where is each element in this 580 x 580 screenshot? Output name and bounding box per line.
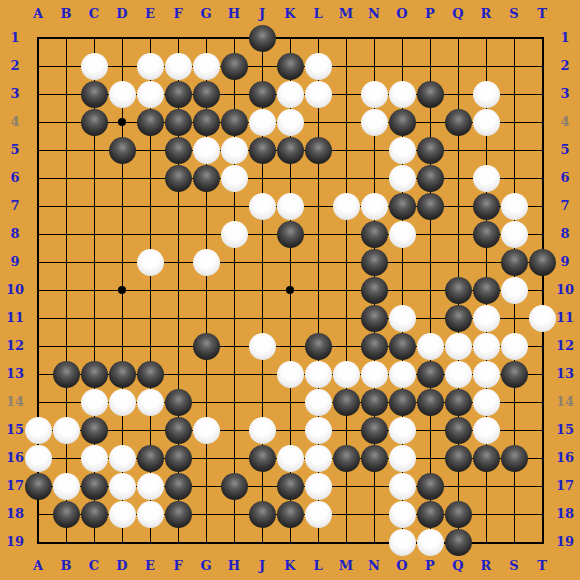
black-stone-N11	[361, 305, 388, 332]
star-point	[118, 286, 126, 294]
white-stone-O18	[389, 501, 416, 528]
black-stone-Q19	[445, 529, 472, 556]
row-label-right: 9	[554, 254, 576, 270]
col-label-bottom: A	[27, 558, 49, 574]
white-stone-T11	[529, 305, 556, 332]
white-stone-B17	[53, 473, 80, 500]
white-stone-C14	[81, 389, 108, 416]
black-stone-F16	[165, 445, 192, 472]
col-label-bottom: P	[419, 558, 441, 574]
white-stone-Q12	[445, 333, 472, 360]
black-stone-F4	[165, 109, 192, 136]
black-stone-S13	[501, 361, 528, 388]
col-label-bottom: B	[55, 558, 77, 574]
white-stone-K7	[277, 193, 304, 220]
col-label-bottom: G	[195, 558, 217, 574]
white-stone-K13	[277, 361, 304, 388]
white-stone-O3	[389, 81, 416, 108]
col-label-bottom: C	[83, 558, 105, 574]
white-stone-Q13	[445, 361, 472, 388]
col-label-bottom: J	[251, 558, 273, 574]
black-stone-N14	[361, 389, 388, 416]
white-stone-M7	[333, 193, 360, 220]
white-stone-E18	[137, 501, 164, 528]
row-label-right: 14	[554, 394, 576, 410]
col-label-top: E	[139, 6, 161, 22]
white-stone-E3	[137, 81, 164, 108]
row-label-left: 4	[4, 114, 26, 130]
white-stone-M13	[333, 361, 360, 388]
black-stone-M14	[333, 389, 360, 416]
row-label-right: 19	[554, 534, 576, 550]
black-stone-Q18	[445, 501, 472, 528]
row-label-right: 4	[554, 114, 576, 130]
black-stone-E13	[137, 361, 164, 388]
row-label-left: 11	[4, 310, 26, 326]
white-stone-B15	[53, 417, 80, 444]
black-stone-E16	[137, 445, 164, 472]
black-stone-G6	[193, 165, 220, 192]
black-stone-C18	[81, 501, 108, 528]
col-label-bottom: R	[475, 558, 497, 574]
row-label-right: 3	[554, 86, 576, 102]
black-stone-G12	[193, 333, 220, 360]
black-stone-A17	[25, 473, 52, 500]
black-stone-J18	[249, 501, 276, 528]
black-stone-P18	[417, 501, 444, 528]
black-stone-R8	[473, 221, 500, 248]
black-stone-F3	[165, 81, 192, 108]
black-stone-L12	[305, 333, 332, 360]
black-stone-P17	[417, 473, 444, 500]
row-label-left: 3	[4, 86, 26, 102]
white-stone-L2	[305, 53, 332, 80]
black-stone-C4	[81, 109, 108, 136]
col-label-bottom: O	[391, 558, 413, 574]
col-label-bottom: S	[503, 558, 525, 574]
row-label-right: 18	[554, 506, 576, 522]
black-stone-C17	[81, 473, 108, 500]
row-label-right: 2	[554, 58, 576, 74]
black-stone-N9	[361, 249, 388, 276]
col-label-top: N	[363, 6, 385, 22]
col-label-bottom: E	[139, 558, 161, 574]
black-stone-P3	[417, 81, 444, 108]
row-label-right: 1	[554, 30, 576, 46]
white-stone-K3	[277, 81, 304, 108]
col-label-top: C	[83, 6, 105, 22]
black-stone-K17	[277, 473, 304, 500]
white-stone-L15	[305, 417, 332, 444]
white-stone-D14	[109, 389, 136, 416]
black-stone-H4	[221, 109, 248, 136]
white-stone-O15	[389, 417, 416, 444]
row-label-right: 12	[554, 338, 576, 354]
black-stone-M16	[333, 445, 360, 472]
white-stone-K16	[277, 445, 304, 472]
black-stone-T9	[529, 249, 556, 276]
white-stone-L13	[305, 361, 332, 388]
black-stone-N15	[361, 417, 388, 444]
white-stone-H8	[221, 221, 248, 248]
white-stone-R6	[473, 165, 500, 192]
white-stone-K4	[277, 109, 304, 136]
row-label-left: 6	[4, 170, 26, 186]
row-label-right: 6	[554, 170, 576, 186]
black-stone-O14	[389, 389, 416, 416]
white-stone-E2	[137, 53, 164, 80]
row-label-right: 10	[554, 282, 576, 298]
white-stone-J4	[249, 109, 276, 136]
white-stone-O16	[389, 445, 416, 472]
white-stone-S8	[501, 221, 528, 248]
black-stone-B18	[53, 501, 80, 528]
black-stone-Q10	[445, 277, 472, 304]
col-label-bottom: M	[335, 558, 357, 574]
white-stone-E9	[137, 249, 164, 276]
white-stone-L16	[305, 445, 332, 472]
row-label-left: 5	[4, 142, 26, 158]
row-label-left: 9	[4, 254, 26, 270]
col-label-top: D	[111, 6, 133, 22]
white-stone-O19	[389, 529, 416, 556]
col-label-top: L	[307, 6, 329, 22]
white-stone-J7	[249, 193, 276, 220]
white-stone-L18	[305, 501, 332, 528]
go-board[interactable]: ABCDEFGHJKLMNOPQRST ABCDEFGHJKLMNOPQRST …	[0, 0, 580, 580]
black-stone-F17	[165, 473, 192, 500]
star-point	[118, 118, 126, 126]
col-label-top: J	[251, 6, 273, 22]
col-label-top: F	[167, 6, 189, 22]
black-stone-F18	[165, 501, 192, 528]
row-label-left: 1	[4, 30, 26, 46]
black-stone-N10	[361, 277, 388, 304]
white-stone-O11	[389, 305, 416, 332]
black-stone-Q15	[445, 417, 472, 444]
col-label-bottom: D	[111, 558, 133, 574]
black-stone-P6	[417, 165, 444, 192]
white-stone-J15	[249, 417, 276, 444]
black-stone-O7	[389, 193, 416, 220]
white-stone-R4	[473, 109, 500, 136]
star-point	[286, 286, 294, 294]
col-label-bottom: L	[307, 558, 329, 574]
white-stone-O8	[389, 221, 416, 248]
black-stone-R7	[473, 193, 500, 220]
col-label-top: H	[223, 6, 245, 22]
white-stone-C2	[81, 53, 108, 80]
black-stone-K8	[277, 221, 304, 248]
black-stone-S9	[501, 249, 528, 276]
white-stone-L3	[305, 81, 332, 108]
white-stone-R3	[473, 81, 500, 108]
col-label-top: A	[27, 6, 49, 22]
black-stone-N8	[361, 221, 388, 248]
col-label-bottom: T	[531, 558, 553, 574]
row-label-left: 13	[4, 366, 26, 382]
black-stone-C13	[81, 361, 108, 388]
col-label-bottom: H	[223, 558, 245, 574]
black-stone-B13	[53, 361, 80, 388]
row-label-right: 11	[554, 310, 576, 326]
col-label-top: K	[279, 6, 301, 22]
black-stone-J5	[249, 137, 276, 164]
black-stone-F15	[165, 417, 192, 444]
black-stone-F5	[165, 137, 192, 164]
row-label-left: 19	[4, 534, 26, 550]
black-stone-S16	[501, 445, 528, 472]
black-stone-F6	[165, 165, 192, 192]
white-stone-N7	[361, 193, 388, 220]
white-stone-H5	[221, 137, 248, 164]
black-stone-P7	[417, 193, 444, 220]
white-stone-F2	[165, 53, 192, 80]
col-label-bottom: F	[167, 558, 189, 574]
white-stone-L14	[305, 389, 332, 416]
black-stone-L5	[305, 137, 332, 164]
black-stone-Q14	[445, 389, 472, 416]
row-label-right: 15	[554, 422, 576, 438]
black-stone-G4	[193, 109, 220, 136]
col-label-top: P	[419, 6, 441, 22]
black-stone-R16	[473, 445, 500, 472]
col-label-top: M	[335, 6, 357, 22]
col-label-top: B	[55, 6, 77, 22]
white-stone-C16	[81, 445, 108, 472]
black-stone-Q16	[445, 445, 472, 472]
white-stone-G2	[193, 53, 220, 80]
black-stone-K5	[277, 137, 304, 164]
black-stone-J3	[249, 81, 276, 108]
white-stone-O6	[389, 165, 416, 192]
white-stone-A16	[25, 445, 52, 472]
white-stone-G5	[193, 137, 220, 164]
black-stone-G3	[193, 81, 220, 108]
white-stone-D16	[109, 445, 136, 472]
black-stone-F14	[165, 389, 192, 416]
black-stone-N12	[361, 333, 388, 360]
col-label-top: G	[195, 6, 217, 22]
white-stone-R14	[473, 389, 500, 416]
white-stone-D18	[109, 501, 136, 528]
row-label-left: 17	[4, 478, 26, 494]
white-stone-L17	[305, 473, 332, 500]
black-stone-K18	[277, 501, 304, 528]
white-stone-R15	[473, 417, 500, 444]
row-label-left: 18	[4, 506, 26, 522]
white-stone-E17	[137, 473, 164, 500]
row-label-right: 7	[554, 198, 576, 214]
white-stone-G9	[193, 249, 220, 276]
col-label-top: T	[531, 6, 553, 22]
row-label-left: 15	[4, 422, 26, 438]
black-stone-H2	[221, 53, 248, 80]
white-stone-P12	[417, 333, 444, 360]
white-stone-R12	[473, 333, 500, 360]
white-stone-A15	[25, 417, 52, 444]
row-label-right: 17	[554, 478, 576, 494]
col-label-top: S	[503, 6, 525, 22]
row-label-right: 13	[554, 366, 576, 382]
black-stone-J16	[249, 445, 276, 472]
white-stone-N3	[361, 81, 388, 108]
white-stone-P19	[417, 529, 444, 556]
white-stone-R13	[473, 361, 500, 388]
col-label-bottom: Q	[447, 558, 469, 574]
row-label-right: 16	[554, 450, 576, 466]
row-label-right: 5	[554, 142, 576, 158]
row-label-left: 10	[4, 282, 26, 298]
white-stone-E14	[137, 389, 164, 416]
white-stone-N4	[361, 109, 388, 136]
black-stone-R10	[473, 277, 500, 304]
black-stone-Q11	[445, 305, 472, 332]
black-stone-D5	[109, 137, 136, 164]
white-stone-O17	[389, 473, 416, 500]
white-stone-S12	[501, 333, 528, 360]
black-stone-D13	[109, 361, 136, 388]
black-stone-K2	[277, 53, 304, 80]
black-stone-P5	[417, 137, 444, 164]
white-stone-R11	[473, 305, 500, 332]
col-label-bottom: N	[363, 558, 385, 574]
black-stone-C15	[81, 417, 108, 444]
col-label-bottom: K	[279, 558, 301, 574]
black-stone-E4	[137, 109, 164, 136]
white-stone-D17	[109, 473, 136, 500]
row-label-left: 12	[4, 338, 26, 354]
col-label-top: O	[391, 6, 413, 22]
black-stone-H17	[221, 473, 248, 500]
white-stone-O5	[389, 137, 416, 164]
white-stone-S7	[501, 193, 528, 220]
black-stone-P14	[417, 389, 444, 416]
black-stone-O12	[389, 333, 416, 360]
black-stone-C3	[81, 81, 108, 108]
row-label-left: 2	[4, 58, 26, 74]
black-stone-J1	[249, 25, 276, 52]
white-stone-H6	[221, 165, 248, 192]
col-label-top: R	[475, 6, 497, 22]
white-stone-O13	[389, 361, 416, 388]
row-label-left: 8	[4, 226, 26, 242]
white-stone-J12	[249, 333, 276, 360]
white-stone-N13	[361, 361, 388, 388]
white-stone-S10	[501, 277, 528, 304]
white-stone-D3	[109, 81, 136, 108]
black-stone-N16	[361, 445, 388, 472]
white-stone-G15	[193, 417, 220, 444]
black-stone-Q4	[445, 109, 472, 136]
black-stone-P13	[417, 361, 444, 388]
row-label-left: 7	[4, 198, 26, 214]
row-label-left: 14	[4, 394, 26, 410]
row-label-left: 16	[4, 450, 26, 466]
col-label-top: Q	[447, 6, 469, 22]
black-stone-O4	[389, 109, 416, 136]
row-label-right: 8	[554, 226, 576, 242]
